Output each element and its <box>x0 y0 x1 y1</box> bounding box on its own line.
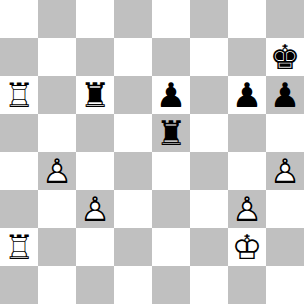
square-c2[interactable] <box>76 228 114 266</box>
square-e5[interactable]: ♜ <box>152 114 190 152</box>
square-h8[interactable] <box>266 0 304 38</box>
square-g5[interactable] <box>228 114 266 152</box>
square-d4[interactable] <box>114 152 152 190</box>
square-f3[interactable] <box>190 190 228 228</box>
piece-black-king: ♚ <box>266 38 304 76</box>
square-e7[interactable] <box>152 38 190 76</box>
square-b1[interactable] <box>38 266 76 304</box>
piece-white-pawn: ♟♙ <box>76 190 114 228</box>
square-f7[interactable] <box>190 38 228 76</box>
square-g4[interactable] <box>228 152 266 190</box>
square-d3[interactable] <box>114 190 152 228</box>
square-d8[interactable] <box>114 0 152 38</box>
black-pawn-glyph: ♟ <box>266 76 304 114</box>
square-d5[interactable] <box>114 114 152 152</box>
square-c1[interactable] <box>76 266 114 304</box>
white-pawn-outline-layer: ♙ <box>38 152 76 190</box>
piece-black-rook: ♜ <box>152 114 190 152</box>
chess-board: ♚♜♖♜♟♟♟♜♟♙♟♙♟♙♟♙♜♖♚♔ <box>0 0 304 304</box>
square-b8[interactable] <box>38 0 76 38</box>
piece-white-rook: ♜♖ <box>0 228 38 266</box>
square-a2[interactable]: ♜♖ <box>0 228 38 266</box>
square-b7[interactable] <box>38 38 76 76</box>
black-rook-glyph: ♜ <box>152 114 190 152</box>
square-a7[interactable] <box>0 38 38 76</box>
square-h5[interactable] <box>266 114 304 152</box>
square-b6[interactable] <box>38 76 76 114</box>
square-d7[interactable] <box>114 38 152 76</box>
piece-black-rook: ♜ <box>76 76 114 114</box>
square-f1[interactable] <box>190 266 228 304</box>
piece-white-pawn: ♟♙ <box>266 152 304 190</box>
square-d1[interactable] <box>114 266 152 304</box>
piece-white-pawn: ♟♙ <box>38 152 76 190</box>
piece-white-pawn: ♟♙ <box>228 190 266 228</box>
square-h4[interactable]: ♟♙ <box>266 152 304 190</box>
square-a8[interactable] <box>0 0 38 38</box>
square-f5[interactable] <box>190 114 228 152</box>
square-e2[interactable] <box>152 228 190 266</box>
white-rook-outline-layer: ♖ <box>0 228 38 266</box>
square-e3[interactable] <box>152 190 190 228</box>
piece-black-pawn: ♟ <box>266 76 304 114</box>
square-e4[interactable] <box>152 152 190 190</box>
square-c7[interactable] <box>76 38 114 76</box>
square-g2[interactable]: ♚♔ <box>228 228 266 266</box>
square-g3[interactable]: ♟♙ <box>228 190 266 228</box>
square-f4[interactable] <box>190 152 228 190</box>
square-c8[interactable] <box>76 0 114 38</box>
square-c4[interactable] <box>76 152 114 190</box>
square-g7[interactable] <box>228 38 266 76</box>
square-e1[interactable] <box>152 266 190 304</box>
black-rook-glyph: ♜ <box>76 76 114 114</box>
square-c6[interactable]: ♜ <box>76 76 114 114</box>
square-f2[interactable] <box>190 228 228 266</box>
square-e8[interactable] <box>152 0 190 38</box>
square-g6[interactable]: ♟ <box>228 76 266 114</box>
square-a3[interactable] <box>0 190 38 228</box>
square-b5[interactable] <box>38 114 76 152</box>
square-h3[interactable] <box>266 190 304 228</box>
square-g1[interactable] <box>228 266 266 304</box>
square-a5[interactable] <box>0 114 38 152</box>
square-e6[interactable]: ♟ <box>152 76 190 114</box>
square-a6[interactable]: ♜♖ <box>0 76 38 114</box>
square-f6[interactable] <box>190 76 228 114</box>
piece-white-rook: ♜♖ <box>0 76 38 114</box>
square-a1[interactable] <box>0 266 38 304</box>
square-h7[interactable]: ♚ <box>266 38 304 76</box>
square-h6[interactable]: ♟ <box>266 76 304 114</box>
square-a4[interactable] <box>0 152 38 190</box>
piece-black-pawn: ♟ <box>228 76 266 114</box>
white-king-outline-layer: ♔ <box>228 228 266 266</box>
black-pawn-glyph: ♟ <box>152 76 190 114</box>
square-c5[interactable] <box>76 114 114 152</box>
white-pawn-outline-layer: ♙ <box>76 190 114 228</box>
white-rook-outline-layer: ♖ <box>0 76 38 114</box>
square-b3[interactable] <box>38 190 76 228</box>
black-king-glyph: ♚ <box>266 38 304 76</box>
square-b2[interactable] <box>38 228 76 266</box>
square-f8[interactable] <box>190 0 228 38</box>
piece-black-pawn: ♟ <box>152 76 190 114</box>
black-pawn-glyph: ♟ <box>228 76 266 114</box>
white-pawn-outline-layer: ♙ <box>228 190 266 228</box>
white-pawn-outline-layer: ♙ <box>266 152 304 190</box>
square-h1[interactable] <box>266 266 304 304</box>
square-d2[interactable] <box>114 228 152 266</box>
square-h2[interactable] <box>266 228 304 266</box>
square-c3[interactable]: ♟♙ <box>76 190 114 228</box>
square-g8[interactable] <box>228 0 266 38</box>
square-d6[interactable] <box>114 76 152 114</box>
piece-white-king: ♚♔ <box>228 228 266 266</box>
square-b4[interactable]: ♟♙ <box>38 152 76 190</box>
